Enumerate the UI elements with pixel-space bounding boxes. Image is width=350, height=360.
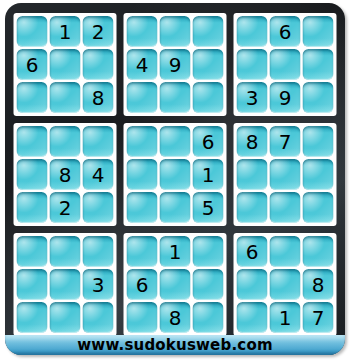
cell-r4c1[interactable] <box>17 126 48 157</box>
cell-r5c2: 8 <box>50 159 81 190</box>
cell-r4c5[interactable] <box>160 126 191 157</box>
cell-r9c5: 8 <box>160 302 191 333</box>
cell-r5c8[interactable] <box>270 159 301 190</box>
cell-r6c9[interactable] <box>303 192 334 223</box>
cell-r8c8[interactable] <box>270 269 301 300</box>
cell-r3c8: 9 <box>270 82 301 113</box>
cell-r4c2[interactable] <box>50 126 81 157</box>
cell-r6c5[interactable] <box>160 192 191 223</box>
cell-r5c1[interactable] <box>17 159 48 190</box>
cell-r6c7[interactable] <box>237 192 268 223</box>
cell-r3c6[interactable] <box>193 82 224 113</box>
cell-r1c4[interactable] <box>127 16 158 47</box>
box-b31: 3 <box>14 233 117 336</box>
cell-r9c2[interactable] <box>50 302 81 333</box>
sudoku-board: 1268496398426158731686817 <box>14 13 337 336</box>
cell-r9c6[interactable] <box>193 302 224 333</box>
cell-r4c7: 8 <box>237 126 268 157</box>
cell-r1c9[interactable] <box>303 16 334 47</box>
cell-r3c7: 3 <box>237 82 268 113</box>
cell-r2c3[interactable] <box>83 49 114 80</box>
cell-r8c2[interactable] <box>50 269 81 300</box>
cell-r6c4[interactable] <box>127 192 158 223</box>
cell-r9c8: 1 <box>270 302 301 333</box>
cell-r7c5: 1 <box>160 236 191 267</box>
cell-r1c2: 1 <box>50 16 81 47</box>
box-b21: 842 <box>14 123 117 226</box>
box-b13: 639 <box>234 13 337 116</box>
box-b12: 49 <box>124 13 227 116</box>
cell-r8c9: 8 <box>303 269 334 300</box>
cell-r9c3[interactable] <box>83 302 114 333</box>
cell-r4c4[interactable] <box>127 126 158 157</box>
box-b11: 1268 <box>14 13 117 116</box>
cell-r7c6[interactable] <box>193 236 224 267</box>
cell-r2c8[interactable] <box>270 49 301 80</box>
cell-r2c2[interactable] <box>50 49 81 80</box>
cell-r6c6: 5 <box>193 192 224 223</box>
cell-r2c4: 4 <box>127 49 158 80</box>
cell-r4c3[interactable] <box>83 126 114 157</box>
cell-r5c4[interactable] <box>127 159 158 190</box>
cell-r6c1[interactable] <box>17 192 48 223</box>
cell-r5c7[interactable] <box>237 159 268 190</box>
site-footer: www.sudokusweb.com <box>5 335 345 355</box>
cell-r8c1[interactable] <box>17 269 48 300</box>
cell-r1c5[interactable] <box>160 16 191 47</box>
cell-r4c9[interactable] <box>303 126 334 157</box>
cell-r8c4: 6 <box>127 269 158 300</box>
cell-r8c6[interactable] <box>193 269 224 300</box>
cell-r7c9[interactable] <box>303 236 334 267</box>
cell-r6c2: 2 <box>50 192 81 223</box>
cell-r5c9[interactable] <box>303 159 334 190</box>
cell-r4c6: 6 <box>193 126 224 157</box>
box-b22: 615 <box>124 123 227 226</box>
cell-r3c4[interactable] <box>127 82 158 113</box>
sudoku-plaque: 1268496398426158731686817 www.sudokusweb… <box>5 3 345 355</box>
cell-r3c3: 8 <box>83 82 114 113</box>
cell-r3c2[interactable] <box>50 82 81 113</box>
box-b33: 6817 <box>234 233 337 336</box>
cell-r2c5: 9 <box>160 49 191 80</box>
cell-r5c5[interactable] <box>160 159 191 190</box>
cell-r2c1: 6 <box>17 49 48 80</box>
cell-r2c7[interactable] <box>237 49 268 80</box>
cell-r1c1[interactable] <box>17 16 48 47</box>
cell-r3c1[interactable] <box>17 82 48 113</box>
cell-r9c1[interactable] <box>17 302 48 333</box>
cell-r5c3: 4 <box>83 159 114 190</box>
box-b23: 87 <box>234 123 337 226</box>
cell-r9c7[interactable] <box>237 302 268 333</box>
cell-r6c3[interactable] <box>83 192 114 223</box>
cell-r6c8[interactable] <box>270 192 301 223</box>
cell-r2c9[interactable] <box>303 49 334 80</box>
cell-r7c2[interactable] <box>50 236 81 267</box>
cell-r7c8[interactable] <box>270 236 301 267</box>
cell-r1c3: 2 <box>83 16 114 47</box>
cell-r7c4[interactable] <box>127 236 158 267</box>
cell-r1c6[interactable] <box>193 16 224 47</box>
cell-r7c1[interactable] <box>17 236 48 267</box>
cell-r8c3: 3 <box>83 269 114 300</box>
cell-r7c3[interactable] <box>83 236 114 267</box>
cell-r8c5[interactable] <box>160 269 191 300</box>
cell-r5c6: 1 <box>193 159 224 190</box>
cell-r8c7[interactable] <box>237 269 268 300</box>
cell-r1c8: 6 <box>270 16 301 47</box>
cell-r3c5[interactable] <box>160 82 191 113</box>
cell-r1c7[interactable] <box>237 16 268 47</box>
cell-r9c4[interactable] <box>127 302 158 333</box>
site-url[interactable]: www.sudokusweb.com <box>77 336 272 354</box>
cell-r2c6[interactable] <box>193 49 224 80</box>
box-b32: 168 <box>124 233 227 336</box>
cell-r7c7: 6 <box>237 236 268 267</box>
cell-r3c9[interactable] <box>303 82 334 113</box>
cell-r9c9: 7 <box>303 302 334 333</box>
cell-r4c8: 7 <box>270 126 301 157</box>
